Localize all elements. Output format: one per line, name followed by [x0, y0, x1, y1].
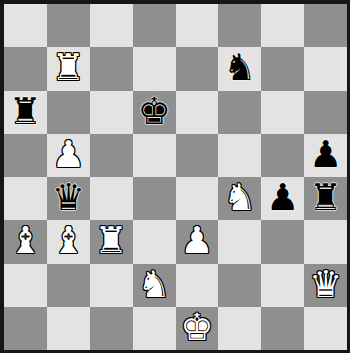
square-b8[interactable]	[47, 4, 90, 47]
piece-wQ-h2: ♛	[309, 266, 342, 303]
square-d8[interactable]	[133, 4, 176, 47]
square-d2[interactable]: ♞	[133, 264, 176, 307]
piece-bR-h4: ♜	[309, 179, 342, 216]
square-d6[interactable]: ♚	[133, 91, 176, 134]
square-h1[interactable]	[304, 307, 347, 350]
square-d3[interactable]	[133, 220, 176, 263]
square-f6[interactable]	[218, 91, 261, 134]
square-g1[interactable]	[261, 307, 304, 350]
piece-bN-f7: ♞	[223, 49, 256, 86]
square-g3[interactable]	[261, 220, 304, 263]
square-h5[interactable]: ♟	[304, 134, 347, 177]
square-a5[interactable]	[4, 134, 47, 177]
square-e2[interactable]	[176, 264, 219, 307]
square-e1[interactable]: ♚	[176, 307, 219, 350]
square-f1[interactable]	[218, 307, 261, 350]
square-g8[interactable]	[261, 4, 304, 47]
square-h4[interactable]: ♜	[304, 177, 347, 220]
square-b5[interactable]: ♟	[47, 134, 90, 177]
square-f4[interactable]: ♞	[218, 177, 261, 220]
square-f7[interactable]: ♞	[218, 47, 261, 90]
square-h2[interactable]: ♛	[304, 264, 347, 307]
square-b7[interactable]: ♜	[47, 47, 90, 90]
square-g7[interactable]	[261, 47, 304, 90]
square-c8[interactable]	[90, 4, 133, 47]
square-h7[interactable]	[304, 47, 347, 90]
square-d7[interactable]	[133, 47, 176, 90]
chess-board-frame: ♜♞♜♚♟♟♛♞♟♜♝♝♜♟♞♛♚	[0, 0, 350, 353]
square-e5[interactable]	[176, 134, 219, 177]
piece-wK-e1: ♚	[180, 309, 213, 346]
piece-wP-e3: ♟	[180, 222, 213, 259]
square-a6[interactable]: ♜	[4, 91, 47, 134]
square-c3[interactable]: ♜	[90, 220, 133, 263]
square-c7[interactable]	[90, 47, 133, 90]
square-h3[interactable]	[304, 220, 347, 263]
square-f8[interactable]	[218, 4, 261, 47]
square-a1[interactable]	[4, 307, 47, 350]
square-b2[interactable]	[47, 264, 90, 307]
square-h6[interactable]	[304, 91, 347, 134]
square-g5[interactable]	[261, 134, 304, 177]
piece-wR-b7: ♜	[52, 49, 85, 86]
piece-bP-g4: ♟	[266, 179, 299, 216]
piece-wN-f4: ♞	[223, 179, 256, 216]
square-g6[interactable]	[261, 91, 304, 134]
piece-wB-a3: ♝	[9, 222, 42, 259]
square-g4[interactable]: ♟	[261, 177, 304, 220]
square-c1[interactable]	[90, 307, 133, 350]
square-c2[interactable]	[90, 264, 133, 307]
square-b3[interactable]: ♝	[47, 220, 90, 263]
square-c4[interactable]	[90, 177, 133, 220]
square-a7[interactable]	[4, 47, 47, 90]
square-e3[interactable]: ♟	[176, 220, 219, 263]
square-e6[interactable]	[176, 91, 219, 134]
square-a3[interactable]: ♝	[4, 220, 47, 263]
square-f2[interactable]	[218, 264, 261, 307]
square-b1[interactable]	[47, 307, 90, 350]
square-d1[interactable]	[133, 307, 176, 350]
piece-bR-a6: ♜	[9, 93, 42, 130]
square-c5[interactable]	[90, 134, 133, 177]
square-a2[interactable]	[4, 264, 47, 307]
piece-bQ-b4: ♛	[52, 179, 85, 216]
square-c6[interactable]	[90, 91, 133, 134]
square-a4[interactable]	[4, 177, 47, 220]
square-b6[interactable]	[47, 91, 90, 134]
square-d5[interactable]	[133, 134, 176, 177]
square-f3[interactable]	[218, 220, 261, 263]
piece-bK-d6: ♚	[137, 93, 170, 130]
square-e7[interactable]	[176, 47, 219, 90]
square-g2[interactable]	[261, 264, 304, 307]
square-e8[interactable]	[176, 4, 219, 47]
piece-wB-b3: ♝	[52, 222, 85, 259]
piece-bP-h5: ♟	[309, 136, 342, 173]
square-h8[interactable]	[304, 4, 347, 47]
square-f5[interactable]	[218, 134, 261, 177]
chess-board: ♜♞♜♚♟♟♛♞♟♜♝♝♜♟♞♛♚	[4, 4, 347, 350]
square-a8[interactable]	[4, 4, 47, 47]
piece-wN-d2: ♞	[137, 266, 170, 303]
square-d4[interactable]	[133, 177, 176, 220]
square-e4[interactable]	[176, 177, 219, 220]
piece-wR-c3: ♜	[95, 222, 128, 259]
piece-wP-b5: ♟	[52, 136, 85, 173]
square-b4[interactable]: ♛	[47, 177, 90, 220]
